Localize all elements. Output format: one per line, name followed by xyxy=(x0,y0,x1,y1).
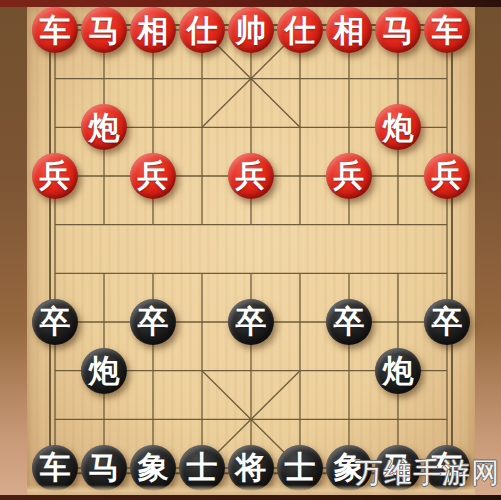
piece-red-advisor[interactable]: 仕 xyxy=(277,7,323,53)
board-point[interactable]: 炮 xyxy=(374,103,423,152)
board-point[interactable]: 仕 xyxy=(276,6,325,55)
xiangqi-screenshot: 车马相仕帅仕相马车炮炮兵兵兵兵兵卒卒卒卒卒炮炮车马象士将士象马车 万维手游网 xyxy=(0,0,501,500)
board-point[interactable]: 卒 xyxy=(129,298,178,347)
board-point[interactable]: 马 xyxy=(80,6,129,55)
piece-red-cannon[interactable]: 炮 xyxy=(375,104,421,150)
piece-red-advisor[interactable]: 仕 xyxy=(179,7,225,53)
board-point[interactable]: 相 xyxy=(325,6,374,55)
board-point[interactable]: 炮 xyxy=(374,346,423,395)
piece-black-cannon[interactable]: 炮 xyxy=(375,348,421,394)
piece-black-cannon[interactable]: 炮 xyxy=(81,348,127,394)
board-point[interactable]: 帅 xyxy=(227,6,276,55)
board-point[interactable]: 兵 xyxy=(423,152,472,201)
board-point[interactable]: 相 xyxy=(129,6,178,55)
board-point[interactable]: 车 xyxy=(31,6,80,55)
board-point[interactable]: 车 xyxy=(423,6,472,55)
piece-red-general[interactable]: 帅 xyxy=(228,7,274,53)
piece-red-soldier[interactable]: 兵 xyxy=(228,153,274,199)
board-point[interactable]: 马 xyxy=(374,6,423,55)
piece-red-chariot[interactable]: 车 xyxy=(424,7,470,53)
piece-black-soldier[interactable]: 卒 xyxy=(32,299,78,345)
piece-red-soldier[interactable]: 兵 xyxy=(424,153,470,199)
piece-red-cannon[interactable]: 炮 xyxy=(81,104,127,150)
photo-crop-bottom-strip xyxy=(0,495,501,500)
piece-red-chariot[interactable]: 车 xyxy=(32,7,78,53)
board-point[interactable]: 卒 xyxy=(325,298,374,347)
board-point[interactable]: 兵 xyxy=(31,152,80,201)
piece-black-soldier[interactable]: 卒 xyxy=(326,299,372,345)
piece-red-horse[interactable]: 马 xyxy=(375,7,421,53)
board-grid[interactable]: 车马相仕帅仕相马车炮炮兵兵兵兵兵卒卒卒卒卒炮炮车马象士将士象马车 xyxy=(31,6,472,493)
watermark: 万维手游网 xyxy=(355,454,500,492)
piece-black-soldier[interactable]: 卒 xyxy=(130,299,176,345)
piece-red-soldier[interactable]: 兵 xyxy=(32,153,78,199)
board-point[interactable]: 卒 xyxy=(31,298,80,347)
piece-red-horse[interactable]: 马 xyxy=(81,7,127,53)
board-point[interactable]: 兵 xyxy=(325,152,374,201)
board-point[interactable]: 仕 xyxy=(178,6,227,55)
piece-black-soldier[interactable]: 卒 xyxy=(424,299,470,345)
piece-red-elephant[interactable]: 相 xyxy=(130,7,176,53)
piece-red-elephant[interactable]: 相 xyxy=(326,7,372,53)
board-point[interactable]: 炮 xyxy=(80,103,129,152)
board-point[interactable]: 兵 xyxy=(227,152,276,201)
piece-red-soldier[interactable]: 兵 xyxy=(130,153,176,199)
board-point[interactable]: 卒 xyxy=(227,298,276,347)
piece-black-soldier[interactable]: 卒 xyxy=(228,299,274,345)
board-point[interactable]: 炮 xyxy=(80,346,129,395)
board-point[interactable]: 兵 xyxy=(129,152,178,201)
photo-crop-top-strip xyxy=(0,0,501,7)
board-point[interactable]: 卒 xyxy=(423,298,472,347)
piece-red-soldier[interactable]: 兵 xyxy=(326,153,372,199)
